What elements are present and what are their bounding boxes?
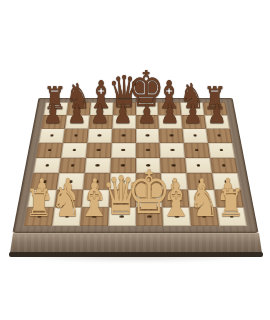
peg-hole	[190, 108, 193, 110]
board-bottom-shadow-line	[9, 252, 263, 257]
square-b2	[54, 190, 83, 208]
peg-hole	[221, 164, 225, 166]
peg-hole	[70, 164, 74, 166]
square-e7	[135, 115, 159, 128]
peg-hole	[73, 134, 77, 136]
square-a1	[23, 207, 53, 226]
peg-hole	[229, 215, 233, 218]
peg-hole	[75, 121, 79, 123]
peg-hole	[191, 121, 195, 123]
square-g7	[181, 115, 206, 128]
square-g6	[182, 129, 207, 143]
peg-hole	[120, 180, 124, 182]
peg-hole	[145, 134, 148, 136]
square-b7	[64, 115, 89, 128]
square-d3	[109, 173, 135, 190]
peg-hole	[194, 149, 198, 151]
square-a4	[33, 158, 61, 174]
square-g2	[188, 190, 217, 208]
square-b5	[60, 143, 86, 158]
square-c2	[81, 190, 109, 208]
peg-hole	[49, 134, 53, 136]
square-h2	[214, 190, 243, 208]
square-a6	[38, 129, 64, 143]
peg-hole	[121, 149, 125, 151]
square-f8	[157, 102, 181, 115]
square-d6	[111, 129, 135, 143]
square-h6	[206, 129, 232, 143]
square-f1	[162, 207, 191, 226]
square-h1	[216, 207, 246, 226]
peg-hole	[122, 121, 125, 123]
square-g5	[183, 143, 209, 158]
square-h7	[204, 115, 229, 128]
peg-hole	[215, 121, 219, 123]
peg-hole	[193, 134, 197, 136]
square-b4	[58, 158, 85, 174]
peg-hole	[146, 180, 150, 182]
square-a8	[43, 102, 68, 115]
square-d2	[108, 190, 135, 208]
peg-hole	[98, 121, 101, 123]
peg-hole	[39, 197, 43, 200]
peg-hole	[147, 215, 151, 218]
peg-hole	[95, 164, 99, 166]
peg-hole	[202, 215, 206, 218]
peg-hole	[96, 149, 100, 151]
square-g3	[186, 173, 214, 190]
square-f2	[161, 190, 189, 208]
peg-hole	[168, 121, 171, 123]
square-e5	[135, 143, 160, 158]
peg-hole	[121, 134, 124, 136]
square-a7	[41, 115, 66, 128]
peg-hole	[167, 108, 170, 110]
peg-hole	[213, 108, 217, 110]
square-h3	[212, 173, 241, 190]
square-f7	[158, 115, 182, 128]
square-h4	[210, 158, 238, 174]
square-c5	[85, 143, 111, 158]
peg-hole	[145, 108, 148, 110]
chessboard-photo: ♜♞♝♛♚♝♞♜♟♟♟♟♟♟♟♟♟♟♟♟♟♟♟♟♜♞♝♛♚♝♞♜	[0, 0, 270, 320]
square-d7	[111, 115, 135, 128]
square-c6	[87, 129, 112, 143]
peg-hole	[45, 164, 49, 166]
square-a2	[27, 190, 56, 208]
peg-hole	[66, 197, 70, 200]
peg-hole	[72, 149, 76, 151]
peg-hole	[97, 134, 101, 136]
peg-hole	[121, 164, 125, 166]
peg-hole	[217, 134, 221, 136]
peg-hole	[172, 180, 176, 182]
peg-hole	[224, 180, 228, 182]
peg-hole	[145, 121, 148, 123]
peg-hole	[146, 164, 150, 166]
peg-hole	[99, 108, 102, 110]
square-d5	[110, 143, 135, 158]
square-h5	[208, 143, 235, 158]
peg-hole	[68, 180, 72, 182]
square-a5	[36, 143, 63, 158]
square-f5	[159, 143, 185, 158]
square-g8	[180, 102, 204, 115]
square-f6	[159, 129, 184, 143]
peg-hole	[76, 108, 79, 110]
peg-hole	[219, 149, 223, 151]
square-e2	[135, 190, 162, 208]
peg-hole	[169, 134, 173, 136]
peg-hole	[119, 215, 123, 218]
board-front-edge	[10, 233, 262, 253]
peg-hole	[42, 180, 46, 182]
square-e6	[135, 129, 159, 143]
peg-hole	[92, 215, 96, 218]
peg-hole	[52, 121, 56, 123]
peg-hole	[146, 197, 150, 200]
square-b8	[66, 102, 90, 115]
square-c8	[89, 102, 113, 115]
square-d1	[107, 207, 135, 226]
peg-hole	[54, 108, 58, 110]
peg-hole	[94, 180, 98, 182]
square-c1	[79, 207, 108, 226]
peg-hole	[93, 197, 97, 200]
square-e4	[135, 158, 161, 174]
peg-hole	[171, 164, 175, 166]
square-g1	[189, 207, 219, 226]
square-c3	[82, 173, 109, 190]
peg-hole	[200, 197, 204, 200]
chess-board	[12, 98, 258, 233]
square-c4	[84, 158, 110, 174]
square-g4	[185, 158, 212, 174]
peg-hole	[120, 197, 124, 200]
peg-hole	[174, 215, 178, 218]
square-b6	[62, 129, 87, 143]
square-e1	[135, 207, 163, 226]
square-f3	[161, 173, 188, 190]
peg-hole	[37, 215, 41, 218]
square-e8	[135, 102, 158, 115]
square-b3	[56, 173, 84, 190]
square-c7	[88, 115, 112, 128]
peg-hole	[226, 197, 230, 200]
peg-hole	[198, 180, 202, 182]
peg-hole	[145, 149, 149, 151]
square-b1	[51, 207, 81, 226]
square-d4	[109, 158, 135, 174]
peg-hole	[173, 197, 177, 200]
peg-hole	[170, 149, 174, 151]
peg-hole	[122, 108, 125, 110]
square-d8	[112, 102, 135, 115]
square-f4	[160, 158, 186, 174]
peg-hole	[196, 164, 200, 166]
square-h8	[202, 102, 227, 115]
square-e3	[135, 173, 161, 190]
square-a3	[30, 173, 59, 190]
peg-hole	[47, 149, 51, 151]
peg-hole	[64, 215, 68, 218]
